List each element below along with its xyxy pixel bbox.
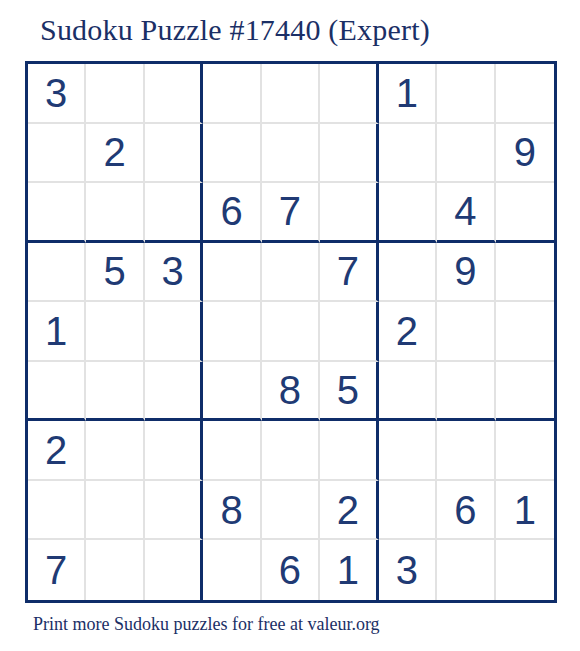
cell-r5c6 bbox=[320, 302, 378, 362]
cell-r2c4 bbox=[203, 124, 261, 184]
cell-r1c9 bbox=[496, 64, 554, 124]
cell-r9c2 bbox=[86, 540, 144, 600]
cell-r3c7 bbox=[379, 183, 437, 243]
page-title: Sudoku Puzzle #17440 (Expert) bbox=[40, 12, 430, 48]
cell-r2c3 bbox=[145, 124, 203, 184]
cell-r1c6 bbox=[320, 64, 378, 124]
cell-r7c4 bbox=[203, 421, 261, 481]
cell-r1c1: 3 bbox=[28, 64, 86, 124]
cell-r4c1 bbox=[28, 243, 86, 303]
cell-r1c5 bbox=[262, 64, 320, 124]
cell-r4c4 bbox=[203, 243, 261, 303]
cell-r4c3: 3 bbox=[145, 243, 203, 303]
cell-r5c8 bbox=[437, 302, 495, 362]
cell-r2c1 bbox=[28, 124, 86, 184]
cell-r4c7 bbox=[379, 243, 437, 303]
cell-r6c8 bbox=[437, 362, 495, 422]
cell-r7c7 bbox=[379, 421, 437, 481]
sudoku-board: 312967453791285282617613 bbox=[25, 61, 557, 603]
cell-r9c8 bbox=[437, 540, 495, 600]
cell-r5c2 bbox=[86, 302, 144, 362]
cell-r9c6: 1 bbox=[320, 540, 378, 600]
cell-r5c3 bbox=[145, 302, 203, 362]
cell-r8c6: 2 bbox=[320, 481, 378, 541]
cell-r2c5 bbox=[262, 124, 320, 184]
cell-r2c6 bbox=[320, 124, 378, 184]
cell-r8c8: 6 bbox=[437, 481, 495, 541]
cell-r7c6 bbox=[320, 421, 378, 481]
cell-r1c2 bbox=[86, 64, 144, 124]
cell-r7c2 bbox=[86, 421, 144, 481]
cell-r4c2: 5 bbox=[86, 243, 144, 303]
cell-r4c6: 7 bbox=[320, 243, 378, 303]
cell-r5c4 bbox=[203, 302, 261, 362]
cell-r3c9 bbox=[496, 183, 554, 243]
cell-r6c1 bbox=[28, 362, 86, 422]
cell-r6c5: 8 bbox=[262, 362, 320, 422]
cell-r3c6 bbox=[320, 183, 378, 243]
cell-r4c5 bbox=[262, 243, 320, 303]
cell-r8c4: 8 bbox=[203, 481, 261, 541]
cell-r3c4: 6 bbox=[203, 183, 261, 243]
cell-r3c3 bbox=[145, 183, 203, 243]
cell-r7c9 bbox=[496, 421, 554, 481]
cell-r2c7 bbox=[379, 124, 437, 184]
cell-r7c1: 2 bbox=[28, 421, 86, 481]
cell-r9c9 bbox=[496, 540, 554, 600]
cell-r9c5: 6 bbox=[262, 540, 320, 600]
cell-r6c9 bbox=[496, 362, 554, 422]
cell-r9c3 bbox=[145, 540, 203, 600]
cell-r9c7: 3 bbox=[379, 540, 437, 600]
cell-r6c3 bbox=[145, 362, 203, 422]
cell-r3c2 bbox=[86, 183, 144, 243]
cell-r5c9 bbox=[496, 302, 554, 362]
cell-r6c4 bbox=[203, 362, 261, 422]
cell-r2c2: 2 bbox=[86, 124, 144, 184]
cell-r8c9: 1 bbox=[496, 481, 554, 541]
cell-r7c3 bbox=[145, 421, 203, 481]
cell-r2c8 bbox=[437, 124, 495, 184]
cell-r3c5: 7 bbox=[262, 183, 320, 243]
sudoku-page: Sudoku Puzzle #17440 (Expert) 3129674537… bbox=[0, 0, 580, 651]
cell-r1c4 bbox=[203, 64, 261, 124]
footer-text: Print more Sudoku puzzles for free at va… bbox=[33, 612, 380, 636]
cell-r8c5 bbox=[262, 481, 320, 541]
cell-r6c6: 5 bbox=[320, 362, 378, 422]
cell-r4c8: 9 bbox=[437, 243, 495, 303]
cell-r9c4 bbox=[203, 540, 261, 600]
cell-r6c7 bbox=[379, 362, 437, 422]
cell-r2c9: 9 bbox=[496, 124, 554, 184]
cell-r3c8: 4 bbox=[437, 183, 495, 243]
cell-r3c1 bbox=[28, 183, 86, 243]
cell-r5c7: 2 bbox=[379, 302, 437, 362]
cell-r7c5 bbox=[262, 421, 320, 481]
cell-r1c7: 1 bbox=[379, 64, 437, 124]
cell-r1c8 bbox=[437, 64, 495, 124]
cell-r9c1: 7 bbox=[28, 540, 86, 600]
cell-r6c2 bbox=[86, 362, 144, 422]
cell-r1c3 bbox=[145, 64, 203, 124]
cell-r8c3 bbox=[145, 481, 203, 541]
cell-r7c8 bbox=[437, 421, 495, 481]
cell-r4c9 bbox=[496, 243, 554, 303]
cell-r8c7 bbox=[379, 481, 437, 541]
cell-r5c1: 1 bbox=[28, 302, 86, 362]
cell-r5c5 bbox=[262, 302, 320, 362]
cell-r8c2 bbox=[86, 481, 144, 541]
cell-r8c1 bbox=[28, 481, 86, 541]
